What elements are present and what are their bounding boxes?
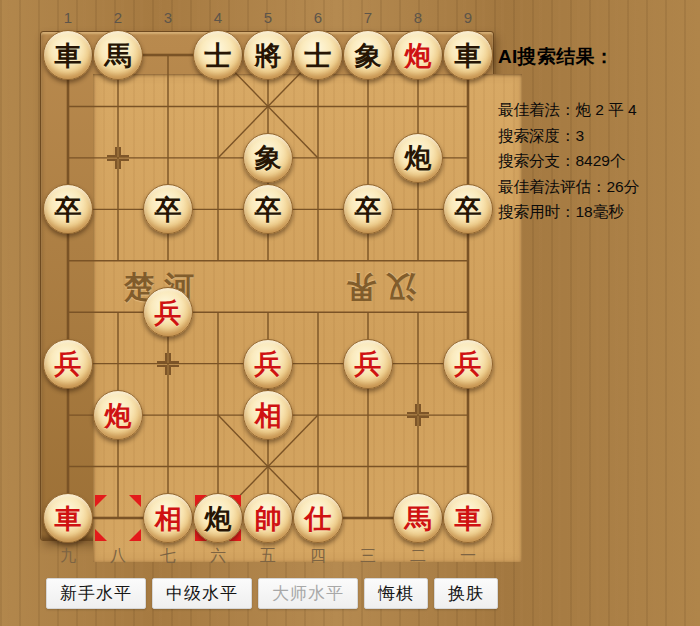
piece-red-general[interactable]: 帥 — [243, 493, 293, 543]
piece-black-horse[interactable]: 馬 — [93, 30, 143, 80]
ai-panel-lines: 最佳着法：炮 2 平 4搜索深度：3搜索分支：8429个最佳着法评估：26分搜索… — [498, 97, 698, 225]
ai-panel-title: AI搜索结果： — [498, 44, 698, 70]
piece-red-horse[interactable]: 馬 — [393, 493, 443, 543]
file-label-top-9: 9 — [464, 9, 472, 26]
piece-red-soldier[interactable]: 兵 — [443, 339, 493, 389]
file-label-top-1: 1 — [64, 9, 72, 26]
piece-black-soldier[interactable]: 卒 — [443, 184, 493, 234]
piece-black-elephant[interactable]: 象 — [343, 30, 393, 80]
file-label-top-7: 7 — [364, 9, 372, 26]
file-label-top-5: 5 — [264, 9, 272, 26]
piece-black-elephant[interactable]: 象 — [243, 133, 293, 183]
piece-red-soldier[interactable]: 兵 — [243, 339, 293, 389]
file-label-top-2: 2 — [114, 9, 122, 26]
piece-black-general[interactable]: 將 — [243, 30, 293, 80]
piece-red-advisor[interactable]: 仕 — [293, 493, 343, 543]
piece-red-cannon[interactable]: 炮 — [393, 30, 443, 80]
ai-result-line: 搜索深度：3 — [498, 123, 698, 149]
xiangqi-app: 123456789 九八七六五四三二一 楚河 汉界 車馬士將士象炮車象炮卒卒卒卒… — [0, 0, 700, 626]
file-label-bottom-1: 九 — [60, 546, 76, 567]
piece-black-rook[interactable]: 車 — [43, 30, 93, 80]
file-label-top-4: 4 — [214, 9, 222, 26]
piece-red-elephant[interactable]: 相 — [243, 390, 293, 440]
piece-red-cannon[interactable]: 炮 — [93, 390, 143, 440]
change-skin-button[interactable]: 换肤 — [434, 578, 498, 609]
piece-black-rook[interactable]: 車 — [443, 30, 493, 80]
ai-result-line: 搜索分支：8429个 — [498, 148, 698, 174]
master-level-button[interactable]: 大师水平 — [258, 578, 358, 609]
piece-black-soldier[interactable]: 卒 — [43, 184, 93, 234]
ai-result-line: 最佳着法：炮 2 平 4 — [498, 97, 698, 123]
board-frame — [40, 31, 494, 541]
piece-red-rook[interactable]: 車 — [443, 493, 493, 543]
undo-move-button[interactable]: 悔棋 — [364, 578, 428, 609]
piece-black-cannon[interactable]: 炮 — [393, 133, 443, 183]
intermediate-level-button[interactable]: 中级水平 — [152, 578, 252, 609]
river-label-right: 汉界 — [336, 266, 416, 307]
file-label-top-3: 3 — [164, 9, 172, 26]
piece-black-soldier[interactable]: 卒 — [243, 184, 293, 234]
piece-red-soldier[interactable]: 兵 — [43, 339, 93, 389]
novice-level-button[interactable]: 新手水平 — [46, 578, 146, 609]
control-button-bar: 新手水平中级水平大师水平悔棋换肤 — [46, 578, 498, 609]
piece-black-soldier[interactable]: 卒 — [343, 184, 393, 234]
piece-black-cannon[interactable]: 炮 — [193, 493, 243, 543]
piece-red-elephant[interactable]: 相 — [143, 493, 193, 543]
piece-black-advisor[interactable]: 士 — [293, 30, 343, 80]
file-label-top-8: 8 — [414, 9, 422, 26]
piece-red-rook[interactable]: 車 — [43, 493, 93, 543]
file-label-top-6: 6 — [314, 9, 322, 26]
ai-search-panel: AI搜索结果： 最佳着法：炮 2 平 4搜索深度：3搜索分支：8429个最佳着法… — [498, 44, 698, 225]
piece-red-soldier[interactable]: 兵 — [143, 287, 193, 337]
ai-result-line: 搜索用时：18毫秒 — [498, 199, 698, 225]
ai-result-line: 最佳着法评估：26分 — [498, 174, 698, 200]
piece-red-soldier[interactable]: 兵 — [343, 339, 393, 389]
piece-black-soldier[interactable]: 卒 — [143, 184, 193, 234]
piece-black-advisor[interactable]: 士 — [193, 30, 243, 80]
